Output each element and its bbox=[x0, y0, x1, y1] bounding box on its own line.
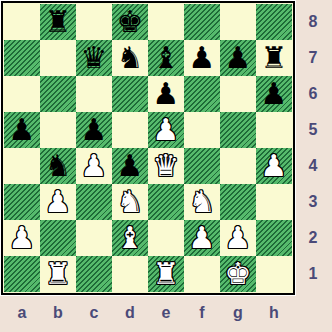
piece-white-pawn-b3: ♟ bbox=[40, 184, 76, 220]
square-e3[interactable] bbox=[148, 184, 184, 220]
piece-black-king-d8: ♚ bbox=[112, 4, 148, 40]
square-b8[interactable]: ♜ bbox=[40, 4, 76, 40]
file-label-b: b bbox=[40, 294, 76, 332]
square-f4[interactable] bbox=[184, 148, 220, 184]
piece-white-bishop-d2: ♝ bbox=[112, 220, 148, 256]
square-d8[interactable]: ♚ bbox=[112, 4, 148, 40]
piece-white-queen-e4: ♛ bbox=[148, 148, 184, 184]
square-c3[interactable] bbox=[76, 184, 112, 220]
piece-white-pawn-h4: ♟ bbox=[256, 148, 292, 184]
square-c1[interactable] bbox=[76, 256, 112, 292]
square-d7[interactable]: ♞ bbox=[112, 40, 148, 76]
square-f7[interactable]: ♟ bbox=[184, 40, 220, 76]
square-e5[interactable]: ♟ bbox=[148, 112, 184, 148]
square-h5[interactable] bbox=[256, 112, 292, 148]
piece-black-pawn-d4: ♟ bbox=[112, 148, 148, 184]
piece-black-rook-h7: ♜ bbox=[256, 40, 292, 76]
rank-label-2: 2 bbox=[294, 220, 332, 256]
rank-label-5: 5 bbox=[294, 112, 332, 148]
square-g5[interactable] bbox=[220, 112, 256, 148]
square-e2[interactable] bbox=[148, 220, 184, 256]
piece-black-rook-b8: ♜ bbox=[40, 4, 76, 40]
piece-white-pawn-a2: ♟ bbox=[4, 220, 40, 256]
square-h2[interactable] bbox=[256, 220, 292, 256]
square-a2[interactable]: ♟ bbox=[4, 220, 40, 256]
square-b1[interactable]: ♜ bbox=[40, 256, 76, 292]
piece-black-pawn-h6: ♟ bbox=[256, 76, 292, 112]
square-g1[interactable]: ♚ bbox=[220, 256, 256, 292]
piece-white-rook-e1: ♜ bbox=[148, 256, 184, 292]
square-c4[interactable]: ♟ bbox=[76, 148, 112, 184]
square-g8[interactable] bbox=[220, 4, 256, 40]
rank-label-7: 7 bbox=[294, 40, 332, 76]
square-b4[interactable]: ♞ bbox=[40, 148, 76, 184]
square-e4[interactable]: ♛ bbox=[148, 148, 184, 184]
square-g4[interactable] bbox=[220, 148, 256, 184]
square-f3[interactable]: ♞ bbox=[184, 184, 220, 220]
square-g6[interactable] bbox=[220, 76, 256, 112]
square-h6[interactable]: ♟ bbox=[256, 76, 292, 112]
square-f2[interactable]: ♟ bbox=[184, 220, 220, 256]
piece-white-knight-f3: ♞ bbox=[184, 184, 220, 220]
piece-white-rook-b1: ♜ bbox=[40, 256, 76, 292]
square-a4[interactable] bbox=[4, 148, 40, 184]
square-d4[interactable]: ♟ bbox=[112, 148, 148, 184]
piece-black-pawn-f7: ♟ bbox=[184, 40, 220, 76]
piece-black-knight-b4: ♞ bbox=[40, 148, 76, 184]
square-g2[interactable]: ♟ bbox=[220, 220, 256, 256]
square-b3[interactable]: ♟ bbox=[40, 184, 76, 220]
square-c6[interactable] bbox=[76, 76, 112, 112]
square-f1[interactable] bbox=[184, 256, 220, 292]
square-e7[interactable]: ♝ bbox=[148, 40, 184, 76]
piece-black-knight-d7: ♞ bbox=[112, 40, 148, 76]
rank-labels: 87654321 bbox=[294, 4, 332, 292]
file-label-d: d bbox=[112, 294, 148, 332]
square-b5[interactable] bbox=[40, 112, 76, 148]
piece-white-king-g1: ♚ bbox=[220, 256, 256, 292]
square-d3[interactable]: ♞ bbox=[112, 184, 148, 220]
piece-black-pawn-g7: ♟ bbox=[220, 40, 256, 76]
square-d5[interactable] bbox=[112, 112, 148, 148]
square-a7[interactable] bbox=[4, 40, 40, 76]
square-d1[interactable] bbox=[112, 256, 148, 292]
square-c5[interactable]: ♟ bbox=[76, 112, 112, 148]
square-a1[interactable] bbox=[4, 256, 40, 292]
square-h1[interactable] bbox=[256, 256, 292, 292]
file-label-a: a bbox=[4, 294, 40, 332]
square-f8[interactable] bbox=[184, 4, 220, 40]
file-labels: abcdefgh bbox=[4, 294, 292, 332]
rank-label-3: 3 bbox=[294, 184, 332, 220]
piece-black-bishop-e7: ♝ bbox=[148, 40, 184, 76]
square-a5[interactable]: ♟ bbox=[4, 112, 40, 148]
rank-label-4: 4 bbox=[294, 148, 332, 184]
piece-black-pawn-e6: ♟ bbox=[148, 76, 184, 112]
piece-white-pawn-e5: ♟ bbox=[148, 112, 184, 148]
piece-black-pawn-c5: ♟ bbox=[76, 112, 112, 148]
piece-white-knight-d3: ♞ bbox=[112, 184, 148, 220]
rank-label-1: 1 bbox=[294, 256, 332, 292]
chess-board: ♜♚♛♞♝♟♟♜♟♟♟♟♟♞♟♟♛♟♟♞♞♟♝♟♟♜♜♚ bbox=[1, 1, 295, 295]
rank-label-8: 8 bbox=[294, 4, 332, 40]
square-b6[interactable] bbox=[40, 76, 76, 112]
rank-label-6: 6 bbox=[294, 76, 332, 112]
square-e6[interactable]: ♟ bbox=[148, 76, 184, 112]
square-e1[interactable]: ♜ bbox=[148, 256, 184, 292]
square-f5[interactable] bbox=[184, 112, 220, 148]
piece-black-queen-c7: ♛ bbox=[76, 40, 112, 76]
square-h4[interactable]: ♟ bbox=[256, 148, 292, 184]
square-a8[interactable] bbox=[4, 4, 40, 40]
square-e8[interactable] bbox=[148, 4, 184, 40]
square-c7[interactable]: ♛ bbox=[76, 40, 112, 76]
square-f6[interactable] bbox=[184, 76, 220, 112]
file-label-g: g bbox=[220, 294, 256, 332]
square-h3[interactable] bbox=[256, 184, 292, 220]
square-h7[interactable]: ♜ bbox=[256, 40, 292, 76]
piece-white-pawn-g2: ♟ bbox=[220, 220, 256, 256]
square-c8[interactable] bbox=[76, 4, 112, 40]
piece-white-pawn-c4: ♟ bbox=[76, 148, 112, 184]
file-label-h: h bbox=[256, 294, 292, 332]
file-label-f: f bbox=[184, 294, 220, 332]
square-g7[interactable]: ♟ bbox=[220, 40, 256, 76]
square-b2[interactable] bbox=[40, 220, 76, 256]
square-h8[interactable] bbox=[256, 4, 292, 40]
square-d2[interactable]: ♝ bbox=[112, 220, 148, 256]
square-a3[interactable] bbox=[4, 184, 40, 220]
square-a6[interactable] bbox=[4, 76, 40, 112]
square-b7[interactable] bbox=[40, 40, 76, 76]
square-g3[interactable] bbox=[220, 184, 256, 220]
chess-diagram: ♜♚♛♞♝♟♟♜♟♟♟♟♟♞♟♟♛♟♟♞♞♟♝♟♟♜♜♚ abcdefgh 87… bbox=[0, 0, 332, 332]
piece-black-pawn-a5: ♟ bbox=[4, 112, 40, 148]
file-label-c: c bbox=[76, 294, 112, 332]
piece-white-pawn-f2: ♟ bbox=[184, 220, 220, 256]
file-label-e: e bbox=[148, 294, 184, 332]
square-d6[interactable] bbox=[112, 76, 148, 112]
square-c2[interactable] bbox=[76, 220, 112, 256]
